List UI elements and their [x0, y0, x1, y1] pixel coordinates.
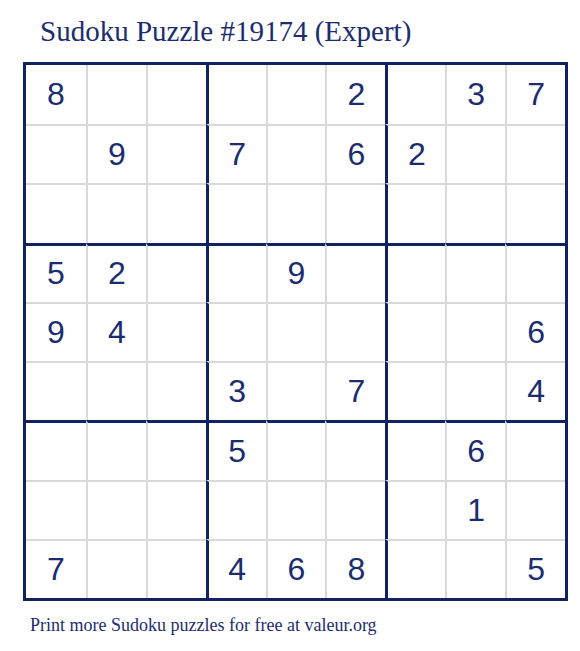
sudoku-cell-r9c8 [445, 539, 505, 598]
sudoku-cell-r7c2 [86, 420, 146, 479]
sudoku-cell-r7c6 [325, 420, 385, 479]
sudoku-cell-r7c3 [146, 420, 206, 479]
sudoku-cell-r2c9 [505, 124, 565, 183]
sudoku-cell-r8c9 [505, 480, 565, 539]
sudoku-cell-r1c6: 2 [325, 65, 385, 124]
sudoku-grid: 8237976252994637456174685 [23, 62, 568, 601]
sudoku-cell-r2c2: 9 [86, 124, 146, 183]
sudoku-cell-r7c1 [26, 420, 86, 479]
sudoku-cell-r5c5 [266, 302, 326, 361]
sudoku-cell-r8c1 [26, 480, 86, 539]
sudoku-cell-r3c6 [325, 183, 385, 242]
sudoku-cell-r7c5 [266, 420, 326, 479]
sudoku-cell-r6c5 [266, 361, 326, 420]
sudoku-print-page: Sudoku Puzzle #19174 (Expert) 8237976252… [0, 0, 580, 651]
sudoku-cell-r2c7: 2 [385, 124, 445, 183]
sudoku-cell-r3c2 [86, 183, 146, 242]
sudoku-cell-r3c8 [445, 183, 505, 242]
sudoku-cell-r6c6: 7 [325, 361, 385, 420]
sudoku-cell-r5c4 [206, 302, 266, 361]
sudoku-cell-r1c9: 7 [505, 65, 565, 124]
sudoku-cell-r6c4: 3 [206, 361, 266, 420]
sudoku-cell-r4c2: 2 [86, 243, 146, 302]
sudoku-cell-r6c7 [385, 361, 445, 420]
sudoku-cell-r5c2: 4 [86, 302, 146, 361]
sudoku-cell-r5c7 [385, 302, 445, 361]
sudoku-cell-r5c9: 6 [505, 302, 565, 361]
sudoku-cell-r6c9: 4 [505, 361, 565, 420]
sudoku-cell-r8c7 [385, 480, 445, 539]
sudoku-cell-r9c9: 5 [505, 539, 565, 598]
sudoku-cell-r9c7 [385, 539, 445, 598]
sudoku-cell-r2c1 [26, 124, 86, 183]
sudoku-cell-r9c4: 4 [206, 539, 266, 598]
sudoku-cell-r9c2 [86, 539, 146, 598]
sudoku-cell-r6c2 [86, 361, 146, 420]
sudoku-cell-r6c3 [146, 361, 206, 420]
sudoku-cell-r3c3 [146, 183, 206, 242]
sudoku-cell-r3c7 [385, 183, 445, 242]
sudoku-cell-r5c8 [445, 302, 505, 361]
sudoku-cell-r1c7 [385, 65, 445, 124]
sudoku-cell-r2c8 [445, 124, 505, 183]
sudoku-cell-r7c4: 5 [206, 420, 266, 479]
sudoku-cell-r1c3 [146, 65, 206, 124]
sudoku-cell-r8c3 [146, 480, 206, 539]
sudoku-cell-r3c5 [266, 183, 326, 242]
page-title: Sudoku Puzzle #19174 (Expert) [40, 14, 411, 48]
sudoku-cell-r3c9 [505, 183, 565, 242]
sudoku-cell-r6c1 [26, 361, 86, 420]
footer-credit-text: Print more Sudoku puzzles for free at va… [30, 615, 377, 636]
sudoku-cell-r1c5 [266, 65, 326, 124]
sudoku-cell-r9c1: 7 [26, 539, 86, 598]
sudoku-cell-r7c8: 6 [445, 420, 505, 479]
sudoku-cell-r4c4 [206, 243, 266, 302]
sudoku-cell-r9c5: 6 [266, 539, 326, 598]
sudoku-cell-r8c5 [266, 480, 326, 539]
sudoku-cell-r8c6 [325, 480, 385, 539]
sudoku-cell-r5c3 [146, 302, 206, 361]
sudoku-cell-r2c4: 7 [206, 124, 266, 183]
sudoku-cell-r1c8: 3 [445, 65, 505, 124]
sudoku-cell-r9c6: 8 [325, 539, 385, 598]
sudoku-cell-r7c9 [505, 420, 565, 479]
sudoku-cell-r4c3 [146, 243, 206, 302]
sudoku-cell-r5c1: 9 [26, 302, 86, 361]
sudoku-cell-r6c8 [445, 361, 505, 420]
sudoku-cell-r4c5: 9 [266, 243, 326, 302]
sudoku-cell-r4c9 [505, 243, 565, 302]
sudoku-cell-r1c2 [86, 65, 146, 124]
sudoku-cell-r3c1 [26, 183, 86, 242]
sudoku-cell-r2c5 [266, 124, 326, 183]
sudoku-cell-r8c8: 1 [445, 480, 505, 539]
sudoku-cell-r4c7 [385, 243, 445, 302]
sudoku-cell-r5c6 [325, 302, 385, 361]
sudoku-cell-r8c4 [206, 480, 266, 539]
sudoku-cell-r2c6: 6 [325, 124, 385, 183]
sudoku-cell-r2c3 [146, 124, 206, 183]
sudoku-cell-r4c6 [325, 243, 385, 302]
sudoku-cell-r3c4 [206, 183, 266, 242]
sudoku-cell-r1c4 [206, 65, 266, 124]
sudoku-cell-r7c7 [385, 420, 445, 479]
sudoku-cell-r9c3 [146, 539, 206, 598]
sudoku-cell-r4c1: 5 [26, 243, 86, 302]
sudoku-cell-r8c2 [86, 480, 146, 539]
sudoku-cell-r4c8 [445, 243, 505, 302]
sudoku-cell-r1c1: 8 [26, 65, 86, 124]
